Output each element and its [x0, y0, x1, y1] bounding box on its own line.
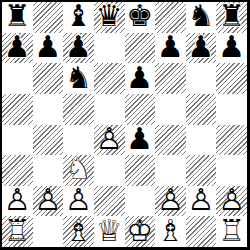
black-knight: ♞ [63, 63, 94, 94]
white-bishop: ♝♗ [63, 216, 94, 247]
square-d6[interactable] [94, 63, 125, 94]
square-c1[interactable]: ♝♗ [63, 216, 94, 247]
white-rook: ♜♖ [2, 216, 33, 247]
white-pawn: ♟♙ [94, 125, 125, 156]
square-f2[interactable]: ♟♙ [155, 186, 186, 217]
square-h7[interactable]: ♟ [216, 33, 247, 64]
square-a1[interactable]: ♜♖ [2, 216, 33, 247]
white-pawn: ♟♙ [63, 186, 94, 217]
white-queen: ♛♕ [94, 216, 125, 247]
square-a8[interactable]: ♜ [2, 2, 33, 33]
square-b3[interactable] [33, 155, 64, 186]
black-bishop: ♝ [63, 2, 94, 33]
square-e2[interactable] [125, 186, 156, 217]
black-pawn: ♟ [125, 63, 156, 94]
black-pawn: ♟ [155, 33, 186, 64]
square-d2[interactable] [94, 186, 125, 217]
square-b1[interactable] [33, 216, 64, 247]
square-g3[interactable] [186, 155, 217, 186]
square-f7[interactable]: ♟ [155, 33, 186, 64]
square-d5[interactable] [94, 94, 125, 125]
square-c6[interactable]: ♞ [63, 63, 94, 94]
square-h4[interactable] [216, 125, 247, 156]
square-f5[interactable] [155, 94, 186, 125]
white-pawn: ♟♙ [186, 186, 217, 217]
square-a3[interactable] [2, 155, 33, 186]
square-d1[interactable]: ♛♕ [94, 216, 125, 247]
black-pawn: ♟ [186, 33, 217, 64]
square-a4[interactable] [2, 125, 33, 156]
square-f8[interactable] [155, 2, 186, 33]
square-g2[interactable]: ♟♙ [186, 186, 217, 217]
square-h1[interactable]: ♜♖ [216, 216, 247, 247]
square-b5[interactable] [33, 94, 64, 125]
white-pawn: ♟♙ [155, 186, 186, 217]
chess-board: ♜♝♛♚♞♜♟♟♟♟♟♟♞♟♟♙♟♞♘♟♙♟♙♟♙♟♙♟♙♟♙♜♖♝♗♛♕♚♔♝… [0, 0, 250, 250]
square-f6[interactable] [155, 63, 186, 94]
square-d4[interactable]: ♟♙ [94, 125, 125, 156]
square-b8[interactable] [33, 2, 64, 33]
square-c5[interactable] [63, 94, 94, 125]
square-c3[interactable]: ♞♘ [63, 155, 94, 186]
black-king: ♚ [125, 2, 156, 33]
square-h6[interactable] [216, 63, 247, 94]
square-g1[interactable] [186, 216, 217, 247]
white-king: ♚♔ [125, 216, 156, 247]
square-h2[interactable]: ♟♙ [216, 186, 247, 217]
square-d8[interactable]: ♛ [94, 2, 125, 33]
square-e6[interactable]: ♟ [125, 63, 156, 94]
square-e8[interactable]: ♚ [125, 2, 156, 33]
square-f3[interactable] [155, 155, 186, 186]
square-e3[interactable] [125, 155, 156, 186]
square-h5[interactable] [216, 94, 247, 125]
square-c4[interactable] [63, 125, 94, 156]
square-a6[interactable] [2, 63, 33, 94]
square-a7[interactable]: ♟ [2, 33, 33, 64]
square-b4[interactable] [33, 125, 64, 156]
square-b2[interactable]: ♟♙ [33, 186, 64, 217]
black-pawn: ♟ [216, 33, 247, 64]
square-a2[interactable]: ♟♙ [2, 186, 33, 217]
square-b7[interactable]: ♟ [33, 33, 64, 64]
square-g6[interactable] [186, 63, 217, 94]
white-pawn: ♟♙ [33, 186, 64, 217]
square-e5[interactable] [125, 94, 156, 125]
square-g8[interactable]: ♞ [186, 2, 217, 33]
black-knight: ♞ [186, 2, 217, 33]
screenshot-stage: ♜♝♛♚♞♜♟♟♟♟♟♟♞♟♟♙♟♞♘♟♙♟♙♟♙♟♙♟♙♟♙♜♖♝♗♛♕♚♔♝… [0, 0, 250, 250]
square-c2[interactable]: ♟♙ [63, 186, 94, 217]
black-pawn: ♟ [125, 125, 156, 156]
white-knight: ♞♘ [63, 155, 94, 186]
black-queen: ♛ [94, 2, 125, 33]
square-d7[interactable] [94, 33, 125, 64]
white-pawn: ♟♙ [216, 186, 247, 217]
black-rook: ♜ [2, 2, 33, 33]
square-g4[interactable] [186, 125, 217, 156]
square-e4[interactable]: ♟ [125, 125, 156, 156]
white-rook: ♜♖ [216, 216, 247, 247]
black-rook: ♜ [216, 2, 247, 33]
square-g5[interactable] [186, 94, 217, 125]
black-pawn: ♟ [33, 33, 64, 64]
square-c8[interactable]: ♝ [63, 2, 94, 33]
white-bishop: ♝♗ [155, 216, 186, 247]
square-f1[interactable]: ♝♗ [155, 216, 186, 247]
square-e1[interactable]: ♚♔ [125, 216, 156, 247]
square-a5[interactable] [2, 94, 33, 125]
square-g7[interactable]: ♟ [186, 33, 217, 64]
square-b6[interactable] [33, 63, 64, 94]
square-h3[interactable] [216, 155, 247, 186]
square-h8[interactable]: ♜ [216, 2, 247, 33]
square-f4[interactable] [155, 125, 186, 156]
square-c7[interactable]: ♟ [63, 33, 94, 64]
square-e7[interactable] [125, 33, 156, 64]
white-pawn: ♟♙ [2, 186, 33, 217]
square-d3[interactable] [94, 155, 125, 186]
black-pawn: ♟ [2, 33, 33, 64]
black-pawn: ♟ [63, 33, 94, 64]
